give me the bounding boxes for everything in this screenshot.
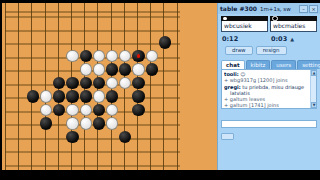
white-stone[interactable] [66,104,78,116]
white-stone[interactable] [106,117,118,129]
chat-scrollbar[interactable]: ▲ ▼ [310,70,316,108]
white-stone[interactable] [93,90,105,102]
turn-indicator-icon: ▲ [290,36,294,42]
gomoku-board[interactable] [2,3,217,170]
chat-text: + galtum [1741] joins [224,102,279,108]
white-stone[interactable] [132,63,144,75]
black-stone[interactable] [66,77,78,89]
tab-kibitz[interactable]: kibitz [246,60,271,69]
black-stone[interactable] [159,36,171,48]
tab-settings[interactable]: settings [297,60,320,69]
black-stone[interactable] [80,50,92,62]
player-right-clock-value: 0:03 [271,35,287,43]
players-row: wbcusiek 0:12 wbcmaties 0:03 ▲ [221,16,317,43]
black-stone[interactable] [132,50,144,62]
window-titlebar[interactable]: table #300 1m+1s, sw – × [218,3,320,14]
chat-user: gregi: [224,84,241,90]
black-stone[interactable] [132,90,144,102]
chat-input[interactable] [221,120,317,128]
chat-text: tu priebda, misu driauge [242,84,304,90]
game-panel: table #300 1m+1s, sw – × wbcusiek 0:12 [217,3,320,170]
letterbox-left [0,0,2,180]
black-stone[interactable] [132,104,144,116]
chat-text: + galtum leaves [224,96,265,102]
draw-button[interactable]: draw [225,46,253,55]
player-right-clock: 0:03 ▲ [270,32,317,43]
tab-chat[interactable]: chat [221,60,245,69]
white-stone[interactable] [40,90,52,102]
panel-tabs: chat kibitz users settings [221,60,320,69]
letterbox-top [0,0,320,3]
panel-mini-button[interactable] [221,133,234,140]
window-title: table #300 [220,5,257,12]
screen: table #300 1m+1s, sw – × wbcusiek 0:12 [0,0,320,180]
black-stone[interactable] [93,117,105,129]
chat-box: tooli: ☺ + wbg9317g [1200] joins gregi: … [221,69,317,109]
chat-line: + galtum [1741] joins [224,102,308,108]
scroll-down-icon[interactable]: ▼ [311,102,317,108]
chat-input-row [221,111,317,130]
white-stone[interactable] [80,117,92,129]
black-stone[interactable] [132,77,144,89]
player-left-clock: 0:12 [221,32,268,43]
action-buttons: draw resign [225,46,320,55]
black-stone[interactable] [80,77,92,89]
tab-users[interactable]: users [271,60,296,69]
white-stone[interactable] [80,63,92,75]
last-move-marker [137,54,141,58]
chat-text: ☺ [240,71,245,77]
player-left: wbcusiek 0:12 [221,16,268,43]
time-control-label: 1m+1s, sw [260,6,291,12]
resign-button[interactable]: resign [256,46,287,55]
white-stone-icon [223,17,227,21]
chat-text: + wbg9317g [1200] joins [224,77,288,83]
chat-user: tooli: [224,71,239,77]
white-stone[interactable] [66,50,78,62]
black-stone[interactable] [66,90,78,102]
minimize-button[interactable]: – [299,5,308,13]
chat-text: latviatis [230,90,250,96]
black-stone[interactable] [80,90,92,102]
black-stone[interactable] [27,90,39,102]
white-stone[interactable] [93,63,105,75]
board-grid [5,3,180,170]
player-right: wbcmaties 0:03 ▲ [270,16,317,43]
letterbox-bottom [0,170,320,180]
player-left-name: wbcusiek [221,21,268,32]
black-stone[interactable] [146,63,158,75]
scroll-up-icon[interactable]: ▲ [311,70,317,76]
black-stone[interactable] [66,131,78,143]
player-left-clock-value: 0:12 [222,35,238,43]
close-button[interactable]: × [309,5,318,13]
black-stone[interactable] [40,117,52,129]
black-stone[interactable] [106,90,118,102]
player-right-name: wbcmaties [270,21,317,32]
white-stone[interactable] [66,117,78,129]
black-stone[interactable] [106,63,118,75]
white-stone[interactable] [146,50,158,62]
white-stone[interactable] [80,104,92,116]
